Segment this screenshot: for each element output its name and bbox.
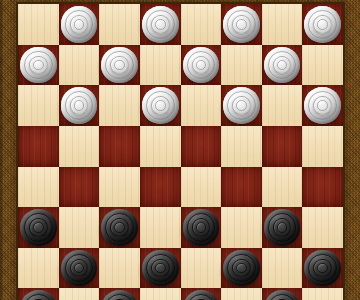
piece-inner-ring (236, 100, 247, 111)
square-r5c6[interactable] (221, 167, 262, 208)
square-r7c4[interactable]: ⛂ (140, 248, 181, 289)
black-piece[interactable]: ⛂ (61, 250, 98, 287)
piece-inner-ring (155, 19, 166, 30)
square-r6c2 (59, 207, 100, 248)
piece-inner-ring (236, 19, 247, 30)
piece-inner-ring (33, 60, 44, 71)
piece-inner-ring (196, 222, 207, 233)
square-r7c7 (262, 248, 303, 289)
piece-inner-ring (277, 222, 288, 233)
square-r3c6[interactable]: ⛀ (221, 85, 262, 126)
square-r7c1 (18, 248, 59, 289)
square-r3c3 (99, 85, 140, 126)
checkers-board: ⛀⛀⛀⛀⛀⛀⛀⛀⛀⛀⛀⛀⛂⛂⛂⛂⛂⛂⛂⛂⛂⛂⛂⛂ (18, 4, 343, 300)
white-piece[interactable]: ⛀ (223, 6, 260, 43)
square-r5c1 (18, 167, 59, 208)
square-r7c5 (181, 248, 222, 289)
square-r2c2 (59, 45, 100, 86)
square-r2c8 (302, 45, 343, 86)
square-r1c3 (99, 4, 140, 45)
piece-inner-ring (74, 263, 85, 274)
square-r1c1 (18, 4, 59, 45)
square-r6c1[interactable]: ⛂ (18, 207, 59, 248)
square-r3c8[interactable]: ⛀ (302, 85, 343, 126)
square-r3c1 (18, 85, 59, 126)
square-r5c2[interactable] (59, 167, 100, 208)
square-r1c7 (262, 4, 303, 45)
square-r7c8[interactable]: ⛂ (302, 248, 343, 289)
square-r4c4 (140, 126, 181, 167)
piece-inner-ring (277, 60, 288, 71)
square-r2c4 (140, 45, 181, 86)
square-r2c1[interactable]: ⛀ (18, 45, 59, 86)
square-r1c6[interactable]: ⛀ (221, 4, 262, 45)
white-piece[interactable]: ⛀ (183, 47, 220, 84)
piece-inner-ring (236, 263, 247, 274)
square-r3c4[interactable]: ⛀ (140, 85, 181, 126)
square-r3c7 (262, 85, 303, 126)
square-r3c2[interactable]: ⛀ (59, 85, 100, 126)
white-piece[interactable]: ⛀ (264, 47, 301, 84)
square-r5c3 (99, 167, 140, 208)
square-r2c3[interactable]: ⛀ (99, 45, 140, 86)
square-r8c5[interactable]: ⛂ (181, 288, 222, 300)
piece-inner-ring (155, 100, 166, 111)
piece-inner-ring (155, 263, 166, 274)
white-piece[interactable]: ⛀ (101, 47, 138, 84)
black-piece[interactable]: ⛂ (20, 290, 57, 300)
square-r1c8[interactable]: ⛀ (302, 4, 343, 45)
black-piece[interactable]: ⛂ (20, 209, 57, 246)
black-piece-glyph: ⛂ (183, 290, 220, 300)
white-piece[interactable]: ⛀ (304, 6, 341, 43)
black-piece[interactable]: ⛂ (101, 209, 138, 246)
black-piece-glyph: ⛂ (20, 290, 57, 300)
square-r1c2[interactable]: ⛀ (59, 4, 100, 45)
black-piece[interactable]: ⛂ (183, 209, 220, 246)
black-piece-glyph: ⛂ (264, 290, 301, 300)
piece-inner-ring (317, 100, 328, 111)
square-r7c6[interactable]: ⛂ (221, 248, 262, 289)
square-r7c3 (99, 248, 140, 289)
square-r2c6 (221, 45, 262, 86)
black-piece[interactable]: ⛂ (142, 250, 179, 287)
square-r8c4 (140, 288, 181, 300)
black-piece[interactable]: ⛂ (223, 250, 260, 287)
square-r4c3[interactable] (99, 126, 140, 167)
square-r8c3[interactable]: ⛂ (99, 288, 140, 300)
square-r1c4[interactable]: ⛀ (140, 4, 181, 45)
square-r6c3[interactable]: ⛂ (99, 207, 140, 248)
white-piece[interactable]: ⛀ (142, 6, 179, 43)
checkers-app-window: { "game": "checkers", "variant": "englis… (0, 0, 360, 300)
black-piece[interactable]: ⛂ (264, 209, 301, 246)
black-piece[interactable]: ⛂ (101, 290, 138, 300)
square-r6c8 (302, 207, 343, 248)
white-piece[interactable]: ⛀ (61, 87, 98, 124)
white-piece[interactable]: ⛀ (304, 87, 341, 124)
white-piece[interactable]: ⛀ (61, 6, 98, 43)
white-piece[interactable]: ⛀ (223, 87, 260, 124)
black-piece[interactable]: ⛂ (183, 290, 220, 300)
white-piece[interactable]: ⛀ (142, 87, 179, 124)
piece-inner-ring (196, 60, 207, 71)
square-r3c5 (181, 85, 222, 126)
square-r7c2[interactable]: ⛂ (59, 248, 100, 289)
black-piece-glyph: ⛂ (101, 290, 138, 300)
piece-inner-ring (114, 60, 125, 71)
square-r4c6 (221, 126, 262, 167)
square-r8c2 (59, 288, 100, 300)
square-r2c7[interactable]: ⛀ (262, 45, 303, 86)
square-r5c5 (181, 167, 222, 208)
piece-inner-ring (114, 222, 125, 233)
black-piece[interactable]: ⛂ (304, 250, 341, 287)
square-r2c5[interactable]: ⛀ (181, 45, 222, 86)
piece-inner-ring (317, 19, 328, 30)
piece-inner-ring (33, 222, 44, 233)
square-r4c2 (59, 126, 100, 167)
square-r4c1[interactable] (18, 126, 59, 167)
square-r6c4 (140, 207, 181, 248)
square-r1c5 (181, 4, 222, 45)
piece-inner-ring (74, 19, 85, 30)
square-r5c8[interactable] (302, 167, 343, 208)
square-r8c1[interactable]: ⛂ (18, 288, 59, 300)
square-r4c8 (302, 126, 343, 167)
wood-frame-left-edge (0, 0, 4, 300)
square-r5c4[interactable] (140, 167, 181, 208)
square-r6c6 (221, 207, 262, 248)
white-piece[interactable]: ⛀ (20, 47, 57, 84)
piece-inner-ring (317, 263, 328, 274)
piece-inner-ring (74, 100, 85, 111)
square-r8c8 (302, 288, 343, 300)
square-r6c7[interactable]: ⛂ (262, 207, 303, 248)
black-piece[interactable]: ⛂ (264, 290, 301, 300)
square-r4c5[interactable] (181, 126, 222, 167)
square-r4c7[interactable] (262, 126, 303, 167)
square-r8c7[interactable]: ⛂ (262, 288, 303, 300)
square-r5c7 (262, 167, 303, 208)
square-r6c5[interactable]: ⛂ (181, 207, 222, 248)
square-r8c6 (221, 288, 262, 300)
